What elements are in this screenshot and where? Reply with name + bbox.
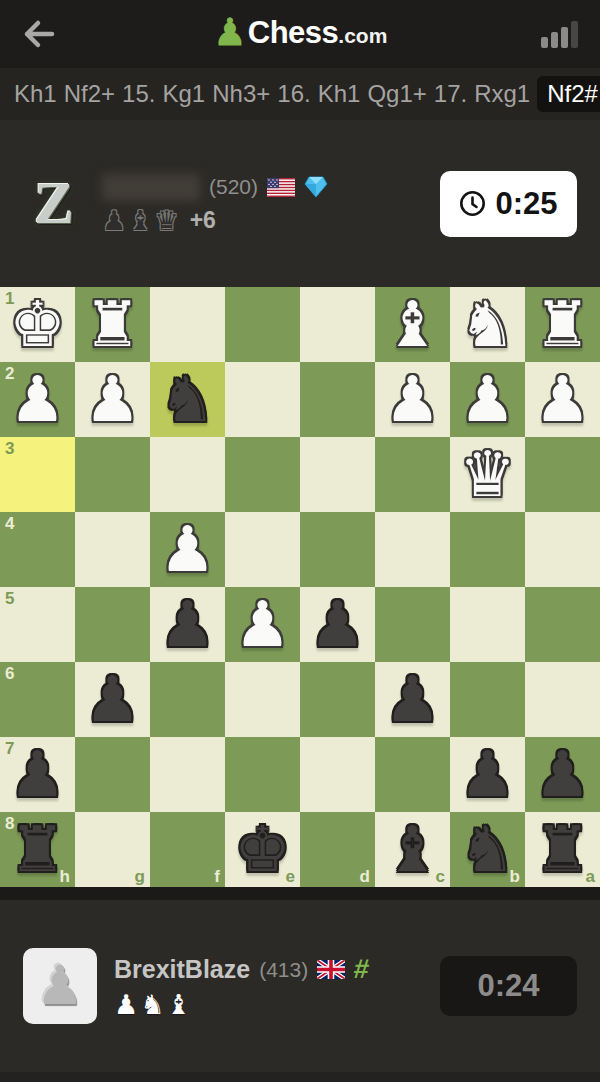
square-d4[interactable]	[300, 512, 375, 587]
bottom-clock-time: 0:24	[477, 968, 539, 1004]
square-d5[interactable]: ♟	[300, 587, 375, 662]
square-e6[interactable]	[225, 662, 300, 737]
checkmate-hash-icon: #	[353, 954, 371, 985]
piece-wP-g2[interactable]: ♟	[75, 362, 150, 437]
material-advantage: +6	[190, 207, 216, 234]
chess-app-screen: ♟ Chess .com Kh1Nf2+15.Kg1Nh3+16.Kh1Qg1+…	[0, 0, 600, 1082]
logo-pawn-icon: ♟	[213, 13, 247, 51]
square-g1[interactable]: ♜	[75, 287, 150, 362]
move-token[interactable]: Qg1+	[367, 80, 426, 108]
square-a3[interactable]	[525, 437, 600, 512]
square-h8[interactable]: 8h♜	[0, 812, 75, 887]
piece-wB-c1[interactable]: ♝	[375, 287, 450, 362]
square-a2[interactable]: ♟	[525, 362, 600, 437]
top-captured-pieces: ♟♝♛+6	[102, 207, 440, 234]
square-f8[interactable]: f	[150, 812, 225, 887]
move-token[interactable]: Nh3+	[212, 80, 270, 108]
square-f1[interactable]	[150, 287, 225, 362]
captured-white-p: ♟	[114, 991, 138, 1018]
captured-white-n: ♞	[140, 991, 164, 1018]
top-player-rating: (520)	[209, 175, 258, 199]
square-g2[interactable]: ♟	[75, 362, 150, 437]
selected-move[interactable]: Nf2#	[537, 76, 600, 112]
bottom-player-name[interactable]: BrexitBlaze	[114, 955, 250, 984]
square-a1[interactable]: ♜	[525, 287, 600, 362]
rank-label-4: 4	[5, 515, 14, 532]
piece-wP-a2[interactable]: ♟	[525, 362, 600, 437]
move-token[interactable]: 15.	[122, 80, 155, 108]
square-e8[interactable]: e♚	[225, 812, 300, 887]
square-f6[interactable]	[150, 662, 225, 737]
piece-wR-a1[interactable]: ♜	[525, 287, 600, 362]
square-h4[interactable]: 4	[0, 512, 75, 587]
piece-bN-f2[interactable]: ♞	[150, 362, 225, 437]
square-g8[interactable]: g	[75, 812, 150, 887]
square-h2[interactable]: 2♟	[0, 362, 75, 437]
move-token[interactable]: Kh1	[318, 80, 361, 108]
player-top-row: Z (520)	[0, 120, 600, 287]
square-h3[interactable]: 3	[0, 437, 75, 512]
bottom-player-avatar[interactable]: ♟	[23, 948, 97, 1024]
piece-bP-h7[interactable]: ♟	[0, 737, 75, 812]
square-e4[interactable]	[225, 512, 300, 587]
top-player-avatar[interactable]: Z	[23, 171, 85, 237]
rank-label-3: 3	[5, 440, 14, 457]
captured-black-q: ♛	[154, 207, 178, 234]
square-b6[interactable]	[450, 662, 525, 737]
captured-black-p: ♟	[102, 207, 126, 234]
square-h1[interactable]: 1♚	[0, 287, 75, 362]
square-c2[interactable]: ♟	[375, 362, 450, 437]
square-f7[interactable]	[150, 737, 225, 812]
player-bottom-row: ♟ BrexitBlaze (413) # ♟♞♝	[0, 900, 600, 1072]
gray-pawn-icon: ♟	[36, 959, 84, 1013]
chesscom-logo: ♟ Chess .com	[213, 15, 388, 53]
square-d3[interactable]	[300, 437, 375, 512]
clock-icon	[459, 190, 486, 217]
piece-wN-b1[interactable]: ♞	[450, 287, 525, 362]
move-token[interactable]: 16.	[277, 80, 310, 108]
chess-board: 1♚♜♝♞♜2♟♟♞♟♟♟3♛4♟5♟♟♟6♟♟7♟♟♟8h♜gfe♚dc♝b♞…	[0, 287, 600, 887]
square-g3[interactable]	[75, 437, 150, 512]
back-arrow-icon	[22, 19, 56, 49]
square-e2[interactable]	[225, 362, 300, 437]
square-c5[interactable]	[375, 587, 450, 662]
piece-bP-d5[interactable]: ♟	[300, 587, 375, 662]
piece-bP-g6[interactable]: ♟	[75, 662, 150, 737]
board-bottom-divider	[0, 887, 600, 900]
square-d1[interactable]	[300, 287, 375, 362]
piece-wQ-b3[interactable]: ♛	[450, 437, 525, 512]
bottom-player-rating: (413)	[259, 958, 308, 982]
piece-wK-h1[interactable]: ♚	[0, 287, 75, 362]
square-f5[interactable]: ♟	[150, 587, 225, 662]
square-f2[interactable]: ♞	[150, 362, 225, 437]
bottom-captured-pieces: ♟♞♝	[114, 991, 440, 1018]
captured-white-b: ♝	[166, 991, 190, 1018]
square-c1[interactable]: ♝	[375, 287, 450, 362]
square-e3[interactable]	[225, 437, 300, 512]
footer-strip	[0, 1072, 600, 1082]
back-button[interactable]	[22, 14, 62, 54]
top-clock-time: 0:25	[495, 186, 557, 222]
square-b8[interactable]: b♞	[450, 812, 525, 887]
piece-bR-h8[interactable]: ♜	[0, 812, 75, 887]
square-d7[interactable]	[300, 737, 375, 812]
file-label-d: d	[360, 868, 370, 885]
piece-bB-c8[interactable]: ♝	[375, 812, 450, 887]
piece-wP-f4[interactable]: ♟	[150, 512, 225, 587]
rank-label-5: 5	[5, 590, 14, 607]
square-b1[interactable]: ♞	[450, 287, 525, 362]
piece-bK-e8[interactable]: ♚	[225, 812, 300, 887]
piece-wP-c2[interactable]: ♟	[375, 362, 450, 437]
square-g6[interactable]: ♟	[75, 662, 150, 737]
square-b3[interactable]: ♛	[450, 437, 525, 512]
piece-wP-h2[interactable]: ♟	[0, 362, 75, 437]
square-e7[interactable]	[225, 737, 300, 812]
piece-wP-e5[interactable]: ♟	[225, 587, 300, 662]
piece-bN-b8[interactable]: ♞	[450, 812, 525, 887]
square-f4[interactable]: ♟	[150, 512, 225, 587]
square-d8[interactable]: d	[300, 812, 375, 887]
square-a5[interactable]	[525, 587, 600, 662]
move-token[interactable]: Nf2+	[64, 80, 115, 108]
square-b5[interactable]	[450, 587, 525, 662]
square-c3[interactable]	[375, 437, 450, 512]
logo-text: Chess	[248, 15, 339, 51]
square-a8[interactable]: a♜	[525, 812, 600, 887]
square-c4[interactable]	[375, 512, 450, 587]
file-label-g: g	[135, 868, 145, 885]
uk-flag-icon	[317, 960, 345, 979]
square-b2[interactable]: ♟	[450, 362, 525, 437]
square-g4[interactable]	[75, 512, 150, 587]
square-a7[interactable]: ♟	[525, 737, 600, 812]
square-e5[interactable]: ♟	[225, 587, 300, 662]
square-c7[interactable]	[375, 737, 450, 812]
square-d2[interactable]	[300, 362, 375, 437]
piece-bP-b7[interactable]: ♟	[450, 737, 525, 812]
bottom-player-clock: 0:24	[440, 956, 577, 1016]
square-a4[interactable]	[525, 512, 600, 587]
square-h7[interactable]: 7♟	[0, 737, 75, 812]
square-d6[interactable]	[300, 662, 375, 737]
move-token[interactable]: Rxg1	[474, 80, 530, 108]
file-label-f: f	[214, 868, 220, 885]
logo-suffix-text: .com	[338, 24, 387, 48]
top-app-bar: ♟ Chess .com	[0, 0, 600, 68]
move-token[interactable]: 17.	[434, 80, 467, 108]
square-h5[interactable]: 5	[0, 587, 75, 662]
signal-bars-icon	[541, 20, 578, 48]
piece-bP-c6[interactable]: ♟	[375, 662, 450, 737]
captured-black-b: ♝	[128, 207, 152, 234]
move-token[interactable]: Kg1	[163, 80, 206, 108]
square-c6[interactable]: ♟	[375, 662, 450, 737]
rank-label-6: 6	[5, 665, 14, 682]
piece-bR-a8[interactable]: ♜	[525, 812, 600, 887]
piece-wR-g1[interactable]: ♜	[75, 287, 150, 362]
square-h6[interactable]: 6	[0, 662, 75, 737]
square-b7[interactable]: ♟	[450, 737, 525, 812]
square-f3[interactable]	[150, 437, 225, 512]
square-a6[interactable]	[525, 662, 600, 737]
square-b4[interactable]	[450, 512, 525, 587]
us-flag-icon	[267, 178, 295, 197]
square-e1[interactable]	[225, 287, 300, 362]
square-g5[interactable]	[75, 587, 150, 662]
piece-wP-b2[interactable]: ♟	[450, 362, 525, 437]
square-g7[interactable]	[75, 737, 150, 812]
top-player-clock: 0:25	[440, 171, 577, 237]
premium-diamond-icon	[304, 176, 328, 198]
piece-bP-f5[interactable]: ♟	[150, 587, 225, 662]
square-c8[interactable]: c♝	[375, 812, 450, 887]
top-player-name-redacted	[102, 174, 200, 201]
move-token[interactable]: Kh1	[14, 80, 57, 108]
piece-bP-a7[interactable]: ♟	[525, 737, 600, 812]
move-list-bar: Kh1Nf2+15.Kg1Nh3+16.Kh1Qg1+17.Rxg1Nf2#	[0, 68, 600, 120]
